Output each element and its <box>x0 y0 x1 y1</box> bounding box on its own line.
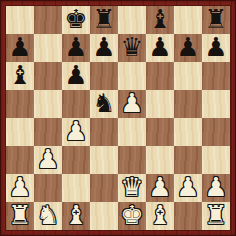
square-g1[interactable] <box>174 202 202 230</box>
square-c3[interactable] <box>62 146 90 174</box>
square-e2[interactable]: ♛ <box>118 174 146 202</box>
square-e7[interactable]: ♛ <box>118 34 146 62</box>
square-h2[interactable]: ♟ <box>202 174 230 202</box>
square-b2[interactable] <box>34 174 62 202</box>
square-a7[interactable]: ♟ <box>6 34 34 62</box>
square-b5[interactable] <box>34 90 62 118</box>
square-a8[interactable] <box>6 6 34 34</box>
square-d5[interactable]: ♞ <box>90 90 118 118</box>
piece-white-pawn[interactable]: ♟ <box>8 174 31 201</box>
square-c2[interactable] <box>62 174 90 202</box>
square-f7[interactable]: ♟ <box>146 34 174 62</box>
square-b7[interactable] <box>34 34 62 62</box>
square-a1[interactable]: ♜ <box>6 202 34 230</box>
square-f1[interactable]: ♝ <box>146 202 174 230</box>
piece-white-bishop[interactable]: ♝ <box>148 202 171 229</box>
square-h6[interactable] <box>202 62 230 90</box>
piece-white-queen[interactable]: ♛ <box>120 174 143 201</box>
piece-black-king[interactable]: ♚ <box>64 6 87 33</box>
piece-black-pawn[interactable]: ♟ <box>176 34 199 61</box>
square-h1[interactable]: ♜ <box>202 202 230 230</box>
square-h5[interactable] <box>202 90 230 118</box>
piece-black-knight[interactable]: ♞ <box>92 90 115 117</box>
piece-black-bishop[interactable]: ♝ <box>148 6 171 33</box>
piece-black-pawn[interactable]: ♟ <box>148 34 171 61</box>
square-b8[interactable] <box>34 6 62 34</box>
square-d1[interactable] <box>90 202 118 230</box>
square-a5[interactable] <box>6 90 34 118</box>
square-f6[interactable] <box>146 62 174 90</box>
piece-white-pawn[interactable]: ♟ <box>148 174 171 201</box>
piece-white-pawn[interactable]: ♟ <box>64 118 87 145</box>
square-e1[interactable]: ♚ <box>118 202 146 230</box>
square-f5[interactable] <box>146 90 174 118</box>
square-h8[interactable]: ♜ <box>202 6 230 34</box>
piece-black-bishop[interactable]: ♝ <box>8 62 31 89</box>
piece-black-rook[interactable]: ♜ <box>204 6 227 33</box>
square-f4[interactable] <box>146 118 174 146</box>
square-e5[interactable]: ♟ <box>118 90 146 118</box>
square-b4[interactable] <box>34 118 62 146</box>
square-h4[interactable] <box>202 118 230 146</box>
square-g3[interactable] <box>174 146 202 174</box>
piece-black-queen[interactable]: ♛ <box>120 34 143 61</box>
piece-black-pawn[interactable]: ♟ <box>92 34 115 61</box>
piece-white-pawn[interactable]: ♟ <box>204 174 227 201</box>
square-e6[interactable] <box>118 62 146 90</box>
square-b1[interactable]: ♞ <box>34 202 62 230</box>
square-e8[interactable] <box>118 6 146 34</box>
square-a6[interactable]: ♝ <box>6 62 34 90</box>
square-a2[interactable]: ♟ <box>6 174 34 202</box>
piece-white-rook[interactable]: ♜ <box>204 202 227 229</box>
square-d8[interactable]: ♜ <box>90 6 118 34</box>
square-c6[interactable]: ♟ <box>62 62 90 90</box>
square-d6[interactable] <box>90 62 118 90</box>
square-b6[interactable] <box>34 62 62 90</box>
square-c7[interactable]: ♟ <box>62 34 90 62</box>
square-a3[interactable] <box>6 146 34 174</box>
chess-board-frame: ♚♜♝♜♟♟♟♛♟♟♟♝♟♞♟♟♟♟♛♟♟♟♜♞♝♚♝♜ <box>0 0 236 236</box>
square-f2[interactable]: ♟ <box>146 174 174 202</box>
piece-black-pawn[interactable]: ♟ <box>64 34 87 61</box>
square-g4[interactable] <box>174 118 202 146</box>
piece-white-knight[interactable]: ♞ <box>36 202 59 229</box>
square-e4[interactable] <box>118 118 146 146</box>
square-d3[interactable] <box>90 146 118 174</box>
square-e3[interactable] <box>118 146 146 174</box>
chess-board: ♚♜♝♜♟♟♟♛♟♟♟♝♟♞♟♟♟♟♛♟♟♟♜♞♝♚♝♜ <box>6 6 230 230</box>
square-g8[interactable] <box>174 6 202 34</box>
square-c4[interactable]: ♟ <box>62 118 90 146</box>
square-d7[interactable]: ♟ <box>90 34 118 62</box>
square-c5[interactable] <box>62 90 90 118</box>
square-b3[interactable]: ♟ <box>34 146 62 174</box>
square-h7[interactable]: ♟ <box>202 34 230 62</box>
piece-black-pawn[interactable]: ♟ <box>204 34 227 61</box>
square-d2[interactable] <box>90 174 118 202</box>
piece-white-pawn[interactable]: ♟ <box>176 174 199 201</box>
square-c1[interactable]: ♝ <box>62 202 90 230</box>
piece-white-rook[interactable]: ♜ <box>8 202 31 229</box>
piece-white-bishop[interactable]: ♝ <box>64 202 87 229</box>
square-g7[interactable]: ♟ <box>174 34 202 62</box>
piece-black-pawn[interactable]: ♟ <box>8 34 31 61</box>
square-g5[interactable] <box>174 90 202 118</box>
piece-black-rook[interactable]: ♜ <box>92 6 115 33</box>
square-f8[interactable]: ♝ <box>146 6 174 34</box>
square-f3[interactable] <box>146 146 174 174</box>
piece-white-pawn[interactable]: ♟ <box>36 146 59 173</box>
square-c8[interactable]: ♚ <box>62 6 90 34</box>
square-g2[interactable]: ♟ <box>174 174 202 202</box>
piece-white-pawn[interactable]: ♟ <box>120 90 143 117</box>
square-d4[interactable] <box>90 118 118 146</box>
square-a4[interactable] <box>6 118 34 146</box>
piece-black-pawn[interactable]: ♟ <box>64 62 87 89</box>
square-g6[interactable] <box>174 62 202 90</box>
piece-white-king[interactable]: ♚ <box>120 202 143 229</box>
square-h3[interactable] <box>202 146 230 174</box>
